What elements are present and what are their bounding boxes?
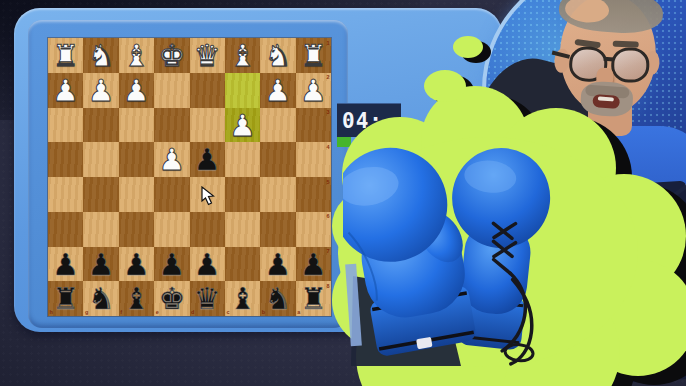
file-label: g bbox=[85, 309, 88, 315]
white-p-piece[interactable]: ♟ bbox=[154, 142, 189, 177]
file-label: f bbox=[120, 309, 122, 315]
glasses-bridge bbox=[604, 57, 614, 62]
rank-label: 3 bbox=[327, 109, 330, 115]
square-g7[interactable]: ♟ bbox=[83, 247, 118, 282]
white-q-piece[interactable]: ♛ bbox=[190, 38, 225, 73]
rank-label: 8 bbox=[327, 283, 330, 289]
square-f6[interactable] bbox=[119, 212, 154, 247]
square-a8[interactable]: ♜8a bbox=[296, 281, 331, 316]
rank-label: 6 bbox=[327, 213, 330, 219]
file-label: c bbox=[226, 309, 229, 315]
square-g6[interactable] bbox=[83, 212, 118, 247]
square-e8[interactable]: ♚e bbox=[154, 281, 189, 316]
square-h4[interactable] bbox=[48, 142, 83, 177]
white-n-piece[interactable]: ♞ bbox=[260, 38, 295, 73]
rank-label: 1 bbox=[327, 40, 330, 46]
square-c4[interactable] bbox=[225, 142, 260, 177]
square-e4[interactable]: ♟ bbox=[154, 142, 189, 177]
black-p-piece[interactable]: ♟ bbox=[48, 247, 83, 282]
square-c8[interactable]: ♝c bbox=[225, 281, 260, 316]
boxing-gloves-image bbox=[343, 126, 573, 366]
rank-label: 4 bbox=[327, 144, 330, 150]
glasses-right-lens bbox=[611, 47, 650, 83]
white-r-piece[interactable]: ♜ bbox=[48, 38, 83, 73]
square-f3[interactable] bbox=[119, 108, 154, 143]
file-label: b bbox=[262, 309, 265, 315]
black-b-piece[interactable]: ♝ bbox=[119, 281, 154, 316]
square-b8[interactable]: ♞b bbox=[260, 281, 295, 316]
white-k-piece[interactable]: ♚ bbox=[154, 38, 189, 73]
square-e6[interactable] bbox=[154, 212, 189, 247]
black-r-piece[interactable]: ♜ bbox=[48, 281, 83, 316]
square-d7[interactable]: ♟ bbox=[190, 247, 225, 282]
square-e7[interactable]: ♟ bbox=[154, 247, 189, 282]
square-g4[interactable] bbox=[83, 142, 118, 177]
square-b7[interactable]: ♟ bbox=[260, 247, 295, 282]
white-p-piece[interactable]: ♟ bbox=[48, 73, 83, 108]
square-e5[interactable] bbox=[154, 177, 189, 212]
square-b2[interactable]: ♟ bbox=[260, 73, 295, 108]
square-c3[interactable]: ♟ bbox=[225, 108, 260, 143]
live-chat-header: EN DIRECTO bbox=[580, 186, 681, 204]
square-f7[interactable]: ♟ bbox=[119, 247, 154, 282]
square-c1[interactable]: ♝ bbox=[225, 38, 260, 73]
live-chat-panel[interactable]: EN DIRECTO us enseñanzas Luisón, dentro … bbox=[572, 181, 686, 386]
rank-label: 2 bbox=[327, 74, 330, 80]
black-n-piece[interactable]: ♞ bbox=[260, 281, 295, 316]
eyebrow-right bbox=[613, 41, 639, 48]
file-label: e bbox=[156, 309, 159, 315]
square-a4[interactable]: 4 bbox=[296, 142, 331, 177]
file-label: h bbox=[50, 309, 53, 315]
file-label: d bbox=[191, 309, 194, 315]
emoji-icons: ☺☺☺⚠ bbox=[660, 345, 686, 354]
black-p-piece[interactable]: ♟ bbox=[260, 247, 295, 282]
chat-user-pill: eterno bbox=[588, 317, 618, 327]
square-c7[interactable] bbox=[225, 247, 260, 282]
square-a5[interactable]: 5 bbox=[296, 177, 331, 212]
square-b6[interactable] bbox=[260, 212, 295, 247]
thumbnail-stage: ♜♞♝♚♛♝♞♜1♟♟♟♟♟2♟3♟♟456♟♟♟♟♟♟♟7♜h♞g♝f♚e♛d… bbox=[0, 0, 686, 386]
chat-user-pill: igo10 bbox=[586, 286, 613, 296]
square-d3[interactable] bbox=[190, 108, 225, 143]
black-p-piece[interactable]: ♟ bbox=[190, 142, 225, 177]
square-d2[interactable] bbox=[190, 73, 225, 108]
square-f5[interactable] bbox=[119, 177, 154, 212]
file-label: a bbox=[297, 309, 300, 315]
square-h8[interactable]: ♜h bbox=[48, 281, 83, 316]
white-n-piece[interactable]: ♞ bbox=[83, 38, 118, 73]
square-d8[interactable]: ♛d bbox=[190, 281, 225, 316]
square-d1[interactable]: ♛ bbox=[190, 38, 225, 73]
white-p-piece[interactable]: ♟ bbox=[119, 73, 154, 108]
square-a2[interactable]: ♟2 bbox=[296, 73, 331, 108]
black-p-piece[interactable]: ♟ bbox=[190, 247, 225, 282]
square-a7[interactable]: ♟7 bbox=[296, 247, 331, 282]
chessboard[interactable]: ♜♞♝♚♛♝♞♜1♟♟♟♟♟2♟3♟♟456♟♟♟♟♟♟♟7♜h♞g♝f♚e♛d… bbox=[48, 38, 331, 316]
square-h3[interactable] bbox=[48, 108, 83, 143]
square-h5[interactable] bbox=[48, 177, 83, 212]
square-a6[interactable]: 6 bbox=[296, 212, 331, 247]
hair bbox=[558, 0, 665, 36]
square-e1[interactable]: ♚ bbox=[154, 38, 189, 73]
square-g3[interactable] bbox=[83, 108, 118, 143]
square-c5[interactable] bbox=[225, 177, 260, 212]
white-p-piece[interactable]: ♟ bbox=[260, 73, 295, 108]
square-g8[interactable]: ♞g bbox=[83, 281, 118, 316]
black-b-piece[interactable]: ♝ bbox=[225, 281, 260, 316]
square-g1[interactable]: ♞ bbox=[83, 38, 118, 73]
mouth bbox=[592, 94, 620, 109]
black-p-piece[interactable]: ♟ bbox=[83, 247, 118, 282]
white-b-piece[interactable]: ♝ bbox=[119, 38, 154, 73]
square-b3[interactable] bbox=[260, 108, 295, 143]
white-p-piece[interactable]: ♟ bbox=[225, 108, 260, 143]
square-d6[interactable] bbox=[190, 212, 225, 247]
black-k-piece[interactable]: ♚ bbox=[154, 281, 189, 316]
square-d4[interactable]: ♟ bbox=[190, 142, 225, 177]
chessboard-frame: ♜♞♝♚♛♝♞♜1♟♟♟♟♟2♟3♟♟456♟♟♟♟♟♟♟7♜h♞g♝f♚e♛d… bbox=[28, 20, 348, 328]
chat-message-list: us enseñanzas Luisón, dentro yudos desde… bbox=[582, 206, 686, 360]
square-b4[interactable] bbox=[260, 142, 295, 177]
square-g5[interactable] bbox=[83, 177, 118, 212]
square-b5[interactable] bbox=[260, 177, 295, 212]
square-e3[interactable] bbox=[154, 108, 189, 143]
black-p-piece[interactable]: ♟ bbox=[154, 247, 189, 282]
rank-label: 5 bbox=[327, 179, 330, 185]
square-f8[interactable]: ♝f bbox=[119, 281, 154, 316]
square-e2[interactable] bbox=[154, 73, 189, 108]
square-h2[interactable]: ♟ bbox=[48, 73, 83, 108]
square-h6[interactable] bbox=[48, 212, 83, 247]
square-a3[interactable]: 3 bbox=[296, 108, 331, 143]
square-h7[interactable]: ♟ bbox=[48, 247, 83, 282]
square-c2[interactable] bbox=[225, 73, 260, 108]
square-f4[interactable] bbox=[119, 142, 154, 177]
white-p-piece[interactable]: ♟ bbox=[83, 73, 118, 108]
square-f2[interactable]: ♟ bbox=[119, 73, 154, 108]
mouse-cursor bbox=[201, 186, 215, 210]
square-g2[interactable]: ♟ bbox=[83, 73, 118, 108]
teeth bbox=[598, 96, 614, 101]
square-f1[interactable]: ♝ bbox=[119, 38, 154, 73]
black-q-piece[interactable]: ♛ bbox=[190, 281, 225, 316]
square-h1[interactable]: ♜ bbox=[48, 38, 83, 73]
square-c6[interactable] bbox=[225, 212, 260, 247]
black-p-piece[interactable]: ♟ bbox=[119, 247, 154, 282]
square-b1[interactable]: ♞ bbox=[260, 38, 295, 73]
rank-label: 7 bbox=[327, 248, 330, 254]
square-a1[interactable]: ♜1 bbox=[296, 38, 331, 73]
white-b-piece[interactable]: ♝ bbox=[225, 38, 260, 73]
black-n-piece[interactable]: ♞ bbox=[83, 281, 118, 316]
